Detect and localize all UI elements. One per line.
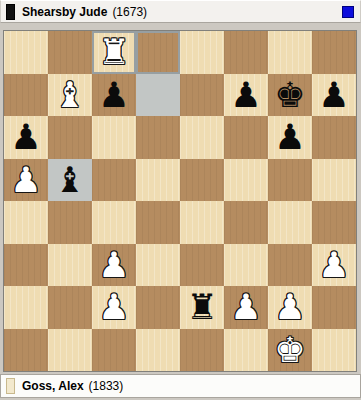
square-a7[interactable] (4, 74, 48, 117)
square-b1[interactable] (48, 329, 92, 372)
black-player-rating: (1673) (112, 5, 147, 19)
square-c2[interactable]: ♟ (92, 286, 136, 329)
square-d6[interactable] (136, 116, 180, 159)
player-bar-white: Goss, Alex (1833) (0, 374, 361, 398)
square-h7[interactable]: ♟ (312, 74, 356, 117)
piece-white-pawn-c3[interactable]: ♟ (92, 244, 136, 287)
square-h4[interactable] (312, 201, 356, 244)
square-d5[interactable] (136, 159, 180, 202)
white-player-rating: (1833) (89, 379, 124, 393)
square-a2[interactable] (4, 286, 48, 329)
square-e2[interactable]: ♜ (180, 286, 224, 329)
square-f8[interactable] (224, 31, 268, 74)
square-e3[interactable] (180, 244, 224, 287)
black-player-name: Shearsby Jude (22, 5, 107, 19)
square-h3[interactable]: ♟ (312, 244, 356, 287)
square-e4[interactable] (180, 201, 224, 244)
square-b7[interactable]: ♝ (48, 74, 92, 117)
square-h6[interactable] (312, 116, 356, 159)
black-side-icon (6, 4, 15, 20)
square-e1[interactable] (180, 329, 224, 372)
piece-black-rook-e2[interactable]: ♜ (180, 286, 224, 329)
square-g5[interactable] (268, 159, 312, 202)
piece-black-pawn-g6[interactable]: ♟ (268, 116, 312, 159)
piece-black-pawn-a6[interactable]: ♟ (4, 116, 48, 159)
square-a3[interactable] (4, 244, 48, 287)
square-a1[interactable] (4, 329, 48, 372)
square-b5[interactable]: ♝ (48, 159, 92, 202)
square-g6[interactable]: ♟ (268, 116, 312, 159)
square-h5[interactable] (312, 159, 356, 202)
piece-white-king-g1[interactable]: ♚ (268, 329, 312, 372)
square-c1[interactable] (92, 329, 136, 372)
square-f2[interactable]: ♟ (224, 286, 268, 329)
square-b4[interactable] (48, 201, 92, 244)
square-g3[interactable] (268, 244, 312, 287)
square-d3[interactable] (136, 244, 180, 287)
board-frame: ♜♝♟♟♚♟♟♟♟♝♟♟♟♜♟♟♚ (3, 30, 357, 372)
square-b3[interactable] (48, 244, 92, 287)
square-c6[interactable] (92, 116, 136, 159)
square-e6[interactable] (180, 116, 224, 159)
square-a4[interactable] (4, 201, 48, 244)
square-g7[interactable]: ♚ (268, 74, 312, 117)
square-c3[interactable]: ♟ (92, 244, 136, 287)
square-b6[interactable] (48, 116, 92, 159)
square-e5[interactable] (180, 159, 224, 202)
piece-white-rook-c8[interactable]: ♜ (92, 31, 136, 74)
square-g4[interactable] (268, 201, 312, 244)
square-b2[interactable] (48, 286, 92, 329)
square-f5[interactable] (224, 159, 268, 202)
piece-white-pawn-g2[interactable]: ♟ (268, 286, 312, 329)
square-c7[interactable]: ♟ (92, 74, 136, 117)
square-h1[interactable] (312, 329, 356, 372)
square-f7[interactable]: ♟ (224, 74, 268, 117)
square-a5[interactable]: ♟ (4, 159, 48, 202)
square-d8[interactable] (136, 31, 180, 74)
piece-black-pawn-f7[interactable]: ♟ (224, 74, 268, 117)
piece-black-pawn-h7[interactable]: ♟ (312, 74, 356, 117)
square-d2[interactable] (136, 286, 180, 329)
square-f4[interactable] (224, 201, 268, 244)
square-h8[interactable] (312, 31, 356, 74)
square-h2[interactable] (312, 286, 356, 329)
player-bar-black: Shearsby Jude (1673) (0, 0, 361, 23)
square-b8[interactable] (48, 31, 92, 74)
square-d4[interactable] (136, 201, 180, 244)
piece-white-bishop-b7[interactable]: ♝ (48, 74, 92, 117)
square-a8[interactable] (4, 31, 48, 74)
piece-white-pawn-f2[interactable]: ♟ (224, 286, 268, 329)
white-side-icon (6, 378, 15, 394)
square-c4[interactable] (92, 201, 136, 244)
piece-black-pawn-c7[interactable]: ♟ (92, 74, 136, 117)
square-g2[interactable]: ♟ (268, 286, 312, 329)
square-f6[interactable] (224, 116, 268, 159)
square-d7[interactable] (136, 74, 180, 117)
status-square-icon (342, 6, 354, 18)
square-a6[interactable]: ♟ (4, 116, 48, 159)
piece-white-pawn-a5[interactable]: ♟ (4, 159, 48, 202)
square-f1[interactable] (224, 329, 268, 372)
live-game-viewer: Shearsby Jude (1673) ♜♝♟♟♚♟♟♟♟♝♟♟♟♜♟♟♚ G… (0, 0, 361, 400)
square-e8[interactable] (180, 31, 224, 74)
square-g8[interactable] (268, 31, 312, 74)
square-g1[interactable]: ♚ (268, 329, 312, 372)
piece-black-king-g7[interactable]: ♚ (268, 74, 312, 117)
square-e7[interactable] (180, 74, 224, 117)
chess-board: ♜♝♟♟♚♟♟♟♟♝♟♟♟♜♟♟♚ (4, 31, 356, 371)
square-c8[interactable]: ♜ (92, 31, 136, 74)
piece-white-pawn-c2[interactable]: ♟ (92, 286, 136, 329)
piece-white-pawn-h3[interactable]: ♟ (312, 244, 356, 287)
piece-black-bishop-b5[interactable]: ♝ (48, 159, 92, 202)
square-f3[interactable] (224, 244, 268, 287)
square-c5[interactable] (92, 159, 136, 202)
square-d1[interactable] (136, 329, 180, 372)
white-player-name: Goss, Alex (22, 379, 84, 393)
